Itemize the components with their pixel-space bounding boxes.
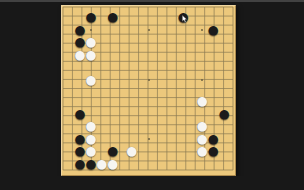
white-stone: ● — [197, 95, 208, 108]
white-stone: ● — [85, 49, 96, 62]
black-stone: ● — [85, 11, 96, 24]
black-stone: ● — [75, 108, 86, 121]
black-stone: ● — [85, 158, 96, 171]
go-board[interactable]: ●●●●●●●●●●●●●●●●●●●●●●●●●●●●● — [61, 5, 236, 176]
black-stone: ● — [208, 145, 219, 158]
star-point — [197, 74, 208, 87]
app-window: ●●●●●●●●●●●●●●●●●●●●●●●●●●●●● — [0, 0, 304, 190]
cursor-cell — [178, 11, 189, 24]
white-stone: ● — [96, 158, 107, 171]
black-stone: ● — [107, 11, 118, 24]
star-point — [145, 133, 153, 146]
black-stone: ● — [219, 108, 230, 121]
white-stone: ● — [85, 74, 96, 87]
star-point — [197, 24, 208, 37]
white-stone: ● — [75, 49, 86, 62]
black-stone: ● — [208, 24, 219, 37]
black-stone: ● — [75, 158, 86, 171]
playback-controls — [0, 176, 304, 190]
star-point — [145, 74, 153, 87]
star-point — [145, 24, 153, 37]
stones-grid: ●●●●●●●●●●●●●●●●●●●●●●●●●●●●● — [58, 2, 237, 174]
cursor-icon — [182, 15, 188, 23]
white-stone: ● — [197, 145, 208, 158]
white-stone: ● — [107, 158, 118, 171]
white-stone: ● — [126, 145, 137, 158]
